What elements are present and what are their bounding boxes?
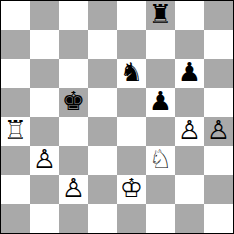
square-e4[interactable] — [117, 117, 146, 146]
square-a1[interactable] — [1, 204, 30, 233]
black-king-c5: ♚ — [62, 88, 85, 116]
square-h4[interactable]: ♙ — [204, 117, 233, 146]
square-a5[interactable] — [1, 88, 30, 117]
white-king-e2: ♔ — [120, 175, 143, 203]
square-f8[interactable]: ♜ — [146, 1, 175, 30]
square-g6[interactable]: ♟ — [175, 59, 204, 88]
square-b6[interactable] — [30, 59, 59, 88]
square-d4[interactable] — [88, 117, 117, 146]
square-e5[interactable] — [117, 88, 146, 117]
square-h8[interactable] — [204, 1, 233, 30]
white-pawn-h4: ♙ — [207, 117, 230, 145]
square-c8[interactable] — [59, 1, 88, 30]
black-knight-e6: ♞ — [120, 59, 143, 87]
square-c1[interactable] — [59, 204, 88, 233]
square-a3[interactable] — [1, 146, 30, 175]
square-e7[interactable] — [117, 30, 146, 59]
square-b3[interactable]: ♙ — [30, 146, 59, 175]
square-c6[interactable] — [59, 59, 88, 88]
square-c5[interactable]: ♚ — [59, 88, 88, 117]
square-a6[interactable] — [1, 59, 30, 88]
white-pawn-b3: ♙ — [33, 146, 56, 174]
square-e2[interactable]: ♔ — [117, 175, 146, 204]
square-h3[interactable] — [204, 146, 233, 175]
square-c3[interactable] — [59, 146, 88, 175]
square-g7[interactable] — [175, 30, 204, 59]
square-f1[interactable] — [146, 204, 175, 233]
square-g2[interactable] — [175, 175, 204, 204]
chess-board: ♜♞♟♚♟♖♙♙♙♘♙♔ — [0, 0, 234, 234]
white-knight-f3: ♘ — [149, 146, 172, 174]
square-f4[interactable] — [146, 117, 175, 146]
square-f3[interactable]: ♘ — [146, 146, 175, 175]
square-d7[interactable] — [88, 30, 117, 59]
black-pawn-f5: ♟ — [149, 88, 172, 116]
square-c7[interactable] — [59, 30, 88, 59]
square-d1[interactable] — [88, 204, 117, 233]
square-f7[interactable] — [146, 30, 175, 59]
square-d6[interactable] — [88, 59, 117, 88]
square-h5[interactable] — [204, 88, 233, 117]
white-rook-a4: ♖ — [4, 117, 27, 145]
square-d3[interactable] — [88, 146, 117, 175]
square-h2[interactable] — [204, 175, 233, 204]
square-a7[interactable] — [1, 30, 30, 59]
square-b5[interactable] — [30, 88, 59, 117]
square-g3[interactable] — [175, 146, 204, 175]
square-f6[interactable] — [146, 59, 175, 88]
square-g5[interactable] — [175, 88, 204, 117]
square-e6[interactable]: ♞ — [117, 59, 146, 88]
square-c4[interactable] — [59, 117, 88, 146]
square-b8[interactable] — [30, 1, 59, 30]
square-e8[interactable] — [117, 1, 146, 30]
square-d2[interactable] — [88, 175, 117, 204]
square-a8[interactable] — [1, 1, 30, 30]
square-b7[interactable] — [30, 30, 59, 59]
square-h6[interactable] — [204, 59, 233, 88]
square-h1[interactable] — [204, 204, 233, 233]
square-e1[interactable] — [117, 204, 146, 233]
square-d5[interactable] — [88, 88, 117, 117]
square-g1[interactable] — [175, 204, 204, 233]
white-pawn-c2: ♙ — [62, 175, 85, 203]
chess-diagram: ♜♞♟♚♟♖♙♙♙♘♙♔ — [0, 0, 234, 234]
black-pawn-g6: ♟ — [178, 59, 201, 87]
square-b2[interactable] — [30, 175, 59, 204]
square-g8[interactable] — [175, 1, 204, 30]
square-f5[interactable]: ♟ — [146, 88, 175, 117]
square-a2[interactable] — [1, 175, 30, 204]
square-f2[interactable] — [146, 175, 175, 204]
square-h7[interactable] — [204, 30, 233, 59]
square-g4[interactable]: ♙ — [175, 117, 204, 146]
black-rook-f8: ♜ — [149, 1, 172, 29]
square-a4[interactable]: ♖ — [1, 117, 30, 146]
square-b4[interactable] — [30, 117, 59, 146]
square-b1[interactable] — [30, 204, 59, 233]
square-c2[interactable]: ♙ — [59, 175, 88, 204]
square-d8[interactable] — [88, 1, 117, 30]
white-pawn-g4: ♙ — [178, 117, 201, 145]
square-e3[interactable] — [117, 146, 146, 175]
